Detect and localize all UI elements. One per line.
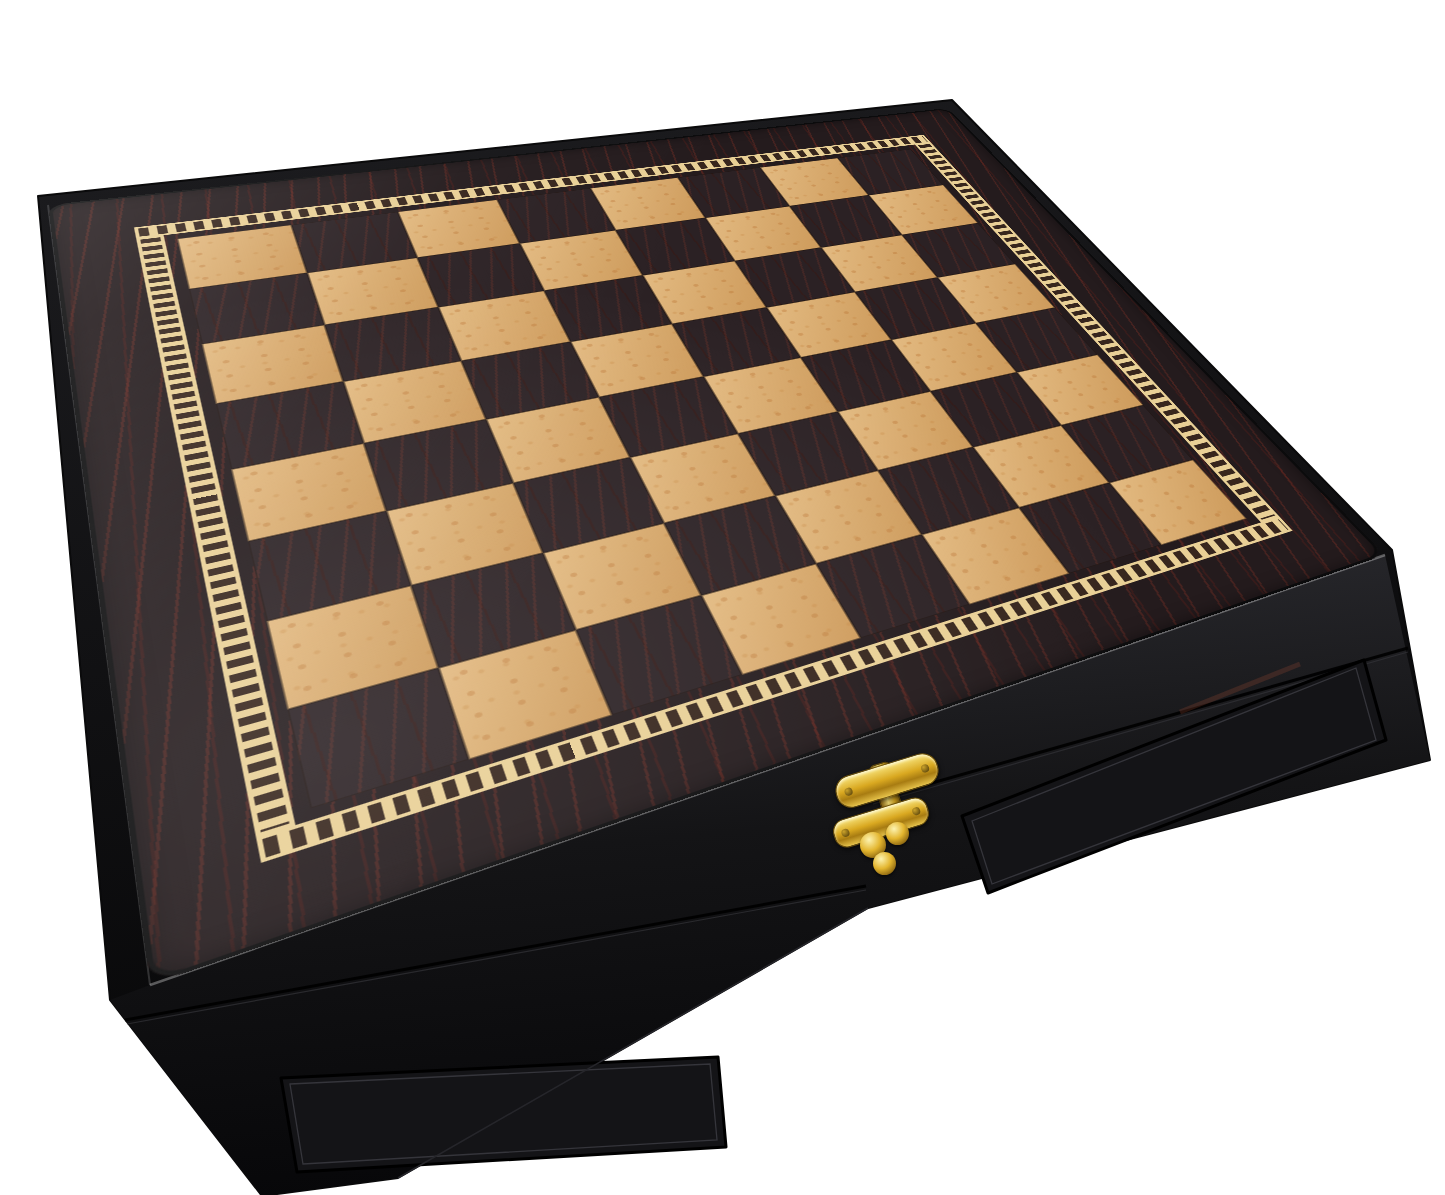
latch-ball bbox=[873, 852, 896, 875]
screw-icon bbox=[920, 763, 930, 773]
photo-scene bbox=[0, 0, 1445, 1195]
latch-ball bbox=[886, 822, 909, 845]
screw-icon bbox=[840, 828, 850, 838]
screw-icon bbox=[844, 787, 854, 797]
screw-icon bbox=[911, 806, 921, 816]
brass-latch[interactable] bbox=[820, 758, 960, 898]
